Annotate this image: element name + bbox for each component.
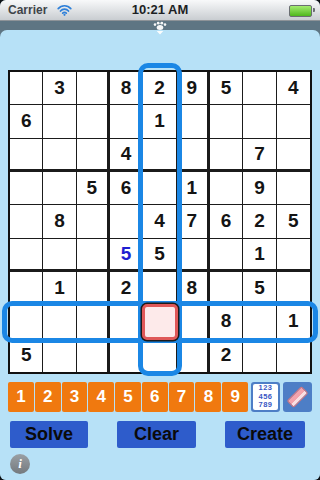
cell-r6c4[interactable]: 5	[110, 239, 143, 272]
pencil-row-3: 789	[258, 401, 272, 410]
number-pad: 123456789 123 456 789	[8, 382, 312, 412]
cell-r8c1[interactable]	[10, 305, 43, 338]
numpad-key-8[interactable]: 8	[195, 382, 221, 412]
cell-r7c8[interactable]: 5	[243, 272, 276, 305]
numpad-key-1[interactable]: 1	[8, 382, 34, 412]
cell-r5c2[interactable]: 8	[43, 205, 76, 238]
cell-r2c4[interactable]	[110, 105, 143, 138]
cell-r1c6[interactable]: 9	[177, 72, 210, 105]
cell-r3c2[interactable]	[43, 139, 76, 172]
cell-r8c2[interactable]	[43, 305, 76, 338]
numpad-key-2[interactable]: 2	[35, 382, 61, 412]
cell-r7c5[interactable]	[143, 272, 176, 305]
numpad-tools: 123 456 789	[251, 382, 312, 412]
cell-r7c1[interactable]	[10, 272, 43, 305]
cell-r1c8[interactable]	[243, 72, 276, 105]
cell-r6c9[interactable]	[277, 239, 310, 272]
cell-r3c6[interactable]	[177, 139, 210, 172]
selected-cell[interactable]	[142, 304, 178, 340]
numpad-key-9[interactable]: 9	[222, 382, 248, 412]
cell-r1c7[interactable]: 5	[210, 72, 243, 105]
cell-r8c6[interactable]	[177, 305, 210, 338]
cell-r3c8[interactable]: 7	[243, 139, 276, 172]
cell-r1c2[interactable]: 3	[43, 72, 76, 105]
cell-r6c7[interactable]	[210, 239, 243, 272]
cell-r5c1[interactable]	[10, 205, 43, 238]
battery-icon	[289, 5, 312, 17]
numpad-keys: 123456789	[8, 382, 249, 412]
cell-r6c1[interactable]	[10, 239, 43, 272]
cell-r6c8[interactable]: 1	[243, 239, 276, 272]
clear-button[interactable]: Clear	[117, 421, 196, 448]
cell-r4c2[interactable]	[43, 172, 76, 205]
cell-r2c8[interactable]	[243, 105, 276, 138]
info-button[interactable]: i	[10, 454, 30, 474]
cell-r5c8[interactable]: 2	[243, 205, 276, 238]
cell-r3c4[interactable]: 4	[110, 139, 143, 172]
cell-r1c9[interactable]: 4	[277, 72, 310, 105]
cell-r7c7[interactable]	[210, 272, 243, 305]
cell-r2c1[interactable]: 6	[10, 105, 43, 138]
cell-r9c5[interactable]	[143, 339, 176, 372]
cell-r2c5[interactable]: 1	[143, 105, 176, 138]
cell-r9c8[interactable]	[243, 339, 276, 372]
eraser-icon	[287, 386, 309, 408]
cell-r5c6[interactable]: 7	[177, 205, 210, 238]
cell-r4c8[interactable]: 9	[243, 172, 276, 205]
cell-r4c1[interactable]	[10, 172, 43, 205]
cell-r7c2[interactable]: 1	[43, 272, 76, 305]
cell-r2c6[interactable]	[177, 105, 210, 138]
clock: 10:21 AM	[0, 0, 320, 20]
cell-r4c9[interactable]	[277, 172, 310, 205]
cell-r5c4[interactable]	[110, 205, 143, 238]
cell-r9c9[interactable]	[277, 339, 310, 372]
cell-r9c7[interactable]: 2	[210, 339, 243, 372]
cell-r2c9[interactable]	[277, 105, 310, 138]
cell-r1c4[interactable]: 8	[110, 72, 143, 105]
pencil-marks-button[interactable]: 123 456 789	[251, 382, 280, 412]
create-button[interactable]: Create	[225, 421, 305, 448]
cell-r5c5[interactable]: 4	[143, 205, 176, 238]
cell-r4c7[interactable]	[210, 172, 243, 205]
cell-r3c5[interactable]	[143, 139, 176, 172]
cell-r6c6[interactable]	[177, 239, 210, 272]
cell-r8c3[interactable]	[77, 305, 110, 338]
cell-r3c3[interactable]	[77, 139, 110, 172]
cell-r8c7[interactable]: 8	[210, 305, 243, 338]
cell-r9c1[interactable]: 5	[10, 339, 43, 372]
paw-pulldown-icon[interactable]	[151, 21, 169, 36]
numpad-key-3[interactable]: 3	[62, 382, 88, 412]
cell-r8c8[interactable]	[243, 305, 276, 338]
cell-r9c6[interactable]	[177, 339, 210, 372]
cell-r2c3[interactable]	[77, 105, 110, 138]
numpad-key-5[interactable]: 5	[115, 382, 141, 412]
pencil-marks-icon: 123 456 789	[253, 384, 278, 410]
cell-r4c3[interactable]: 5	[77, 172, 110, 205]
cell-r7c6[interactable]: 8	[177, 272, 210, 305]
cell-r9c3[interactable]	[77, 339, 110, 372]
cell-r6c2[interactable]	[43, 239, 76, 272]
cell-r6c5[interactable]: 5	[143, 239, 176, 272]
cell-r3c7[interactable]	[210, 139, 243, 172]
cell-r1c5[interactable]: 2	[143, 72, 176, 105]
numpad-key-4[interactable]: 4	[88, 382, 114, 412]
cell-r5c3[interactable]	[77, 205, 110, 238]
numpad-key-7[interactable]: 7	[169, 382, 195, 412]
cell-r6c3[interactable]	[77, 239, 110, 272]
cell-r3c1[interactable]	[10, 139, 43, 172]
cell-r2c7[interactable]	[210, 105, 243, 138]
app-screen: Carrier 10:21 AM Row: 8 Col: 5 382954614…	[0, 0, 320, 480]
cell-r1c1[interactable]	[10, 72, 43, 105]
cell-r2c2[interactable]	[43, 105, 76, 138]
cell-r7c3[interactable]	[77, 272, 110, 305]
cell-r8c9[interactable]: 1	[277, 305, 310, 338]
cell-r9c2[interactable]	[43, 339, 76, 372]
cell-r4c6[interactable]: 1	[177, 172, 210, 205]
status-bar: Carrier 10:21 AM	[0, 0, 320, 21]
cell-r5c9[interactable]: 5	[277, 205, 310, 238]
cell-r5c7[interactable]: 6	[210, 205, 243, 238]
solve-button[interactable]: Solve	[10, 421, 88, 448]
numpad-key-6[interactable]: 6	[142, 382, 168, 412]
cell-r1c3[interactable]	[77, 72, 110, 105]
cell-r8c4[interactable]	[110, 305, 143, 338]
cell-r7c9[interactable]	[277, 272, 310, 305]
cell-r4c4[interactable]: 6	[110, 172, 143, 205]
eraser-button[interactable]	[283, 382, 312, 412]
cell-r3c9[interactable]	[277, 139, 310, 172]
cell-r9c4[interactable]	[110, 339, 143, 372]
cell-r7c4[interactable]: 2	[110, 272, 143, 305]
cell-r4c5[interactable]	[143, 172, 176, 205]
